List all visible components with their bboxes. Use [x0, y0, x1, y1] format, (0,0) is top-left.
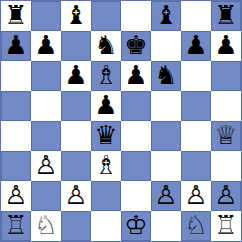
- square-c6[interactable]: ♟: [61, 61, 91, 91]
- square-a8[interactable]: ♜: [1, 1, 31, 31]
- square-h2[interactable]: ♙: [211, 181, 241, 211]
- piece-black-bishop: ♝: [154, 1, 177, 30]
- square-g5[interactable]: [181, 91, 211, 121]
- square-g3[interactable]: [181, 151, 211, 181]
- square-e2[interactable]: [121, 181, 151, 211]
- square-d1[interactable]: [91, 211, 121, 241]
- piece-white-knight: ♘: [34, 211, 57, 240]
- square-c8[interactable]: ♝: [61, 1, 91, 31]
- square-b6[interactable]: [31, 61, 61, 91]
- piece-black-pawn: ♟: [94, 91, 117, 120]
- piece-black-rook: ♜: [4, 1, 27, 30]
- square-e3[interactable]: [121, 151, 151, 181]
- square-a4[interactable]: [1, 121, 31, 151]
- square-a3[interactable]: [1, 151, 31, 181]
- square-e6[interactable]: ♟: [121, 61, 151, 91]
- square-c7[interactable]: [61, 31, 91, 61]
- square-f8[interactable]: ♝: [151, 1, 181, 31]
- square-g6[interactable]: [181, 61, 211, 91]
- square-g2[interactable]: ♙: [181, 181, 211, 211]
- square-e4[interactable]: [121, 121, 151, 151]
- square-a6[interactable]: [1, 61, 31, 91]
- piece-white-king: ♔: [124, 211, 147, 240]
- square-f3[interactable]: [151, 151, 181, 181]
- square-h8[interactable]: ♜: [211, 1, 241, 31]
- piece-white-rook: ♖: [214, 211, 237, 240]
- square-d8[interactable]: [91, 1, 121, 31]
- square-e5[interactable]: [121, 91, 151, 121]
- square-g1[interactable]: ♘: [181, 211, 211, 241]
- piece-white-pawn: ♙: [64, 181, 87, 210]
- square-c4[interactable]: [61, 121, 91, 151]
- square-d2[interactable]: [91, 181, 121, 211]
- chess-board: ♜♝♝♜♟♟♞♚♟♟♟♗♟♞♟♛♕♙♗♙♙♙♙♙♖♘♔♘♖: [0, 0, 242, 242]
- square-f5[interactable]: [151, 91, 181, 121]
- piece-black-pawn: ♟: [34, 31, 57, 60]
- piece-black-pawn: ♟: [214, 31, 237, 60]
- piece-black-knight: ♞: [94, 31, 117, 60]
- square-b2[interactable]: [31, 181, 61, 211]
- piece-white-queen: ♕: [214, 121, 237, 150]
- square-a7[interactable]: ♟: [1, 31, 31, 61]
- square-f2[interactable]: ♙: [151, 181, 181, 211]
- piece-black-rook: ♜: [214, 1, 237, 30]
- piece-white-pawn: ♙: [214, 181, 237, 210]
- square-h3[interactable]: [211, 151, 241, 181]
- square-h5[interactable]: [211, 91, 241, 121]
- piece-white-bishop: ♗: [94, 151, 117, 180]
- square-a5[interactable]: [1, 91, 31, 121]
- piece-white-knight: ♘: [184, 211, 207, 240]
- square-c1[interactable]: [61, 211, 91, 241]
- square-e1[interactable]: ♔: [121, 211, 151, 241]
- piece-black-king: ♚: [124, 31, 147, 60]
- square-g7[interactable]: ♟: [181, 31, 211, 61]
- square-d5[interactable]: ♟: [91, 91, 121, 121]
- square-c3[interactable]: [61, 151, 91, 181]
- piece-black-queen: ♛: [94, 121, 117, 150]
- square-h7[interactable]: ♟: [211, 31, 241, 61]
- square-g4[interactable]: [181, 121, 211, 151]
- square-f6[interactable]: ♞: [151, 61, 181, 91]
- chess-board-container: ♜♝♝♜♟♟♞♚♟♟♟♗♟♞♟♛♕♙♗♙♙♙♙♙♖♘♔♘♖: [0, 0, 242, 242]
- square-f1[interactable]: [151, 211, 181, 241]
- square-g8[interactable]: [181, 1, 211, 31]
- piece-black-pawn: ♟: [124, 61, 147, 90]
- square-h6[interactable]: [211, 61, 241, 91]
- square-h1[interactable]: ♖: [211, 211, 241, 241]
- square-b4[interactable]: [31, 121, 61, 151]
- square-b5[interactable]: [31, 91, 61, 121]
- piece-white-pawn: ♙: [34, 151, 57, 180]
- piece-white-bishop: ♗: [94, 61, 117, 90]
- square-e8[interactable]: [121, 1, 151, 31]
- square-h4[interactable]: ♕: [211, 121, 241, 151]
- square-f4[interactable]: [151, 121, 181, 151]
- square-d7[interactable]: ♞: [91, 31, 121, 61]
- piece-black-bishop: ♝: [64, 1, 87, 30]
- piece-white-pawn: ♙: [4, 181, 27, 210]
- square-c2[interactable]: ♙: [61, 181, 91, 211]
- piece-black-pawn: ♟: [184, 31, 207, 60]
- piece-black-knight: ♞: [154, 61, 177, 90]
- piece-white-pawn: ♙: [154, 181, 177, 210]
- square-b1[interactable]: ♘: [31, 211, 61, 241]
- square-a1[interactable]: ♖: [1, 211, 31, 241]
- square-d4[interactable]: ♛: [91, 121, 121, 151]
- piece-black-pawn: ♟: [4, 31, 27, 60]
- square-f7[interactable]: [151, 31, 181, 61]
- piece-black-pawn: ♟: [64, 61, 87, 90]
- piece-white-rook: ♖: [4, 211, 27, 240]
- square-b8[interactable]: [31, 1, 61, 31]
- square-d3[interactable]: ♗: [91, 151, 121, 181]
- square-b3[interactable]: ♙: [31, 151, 61, 181]
- square-d6[interactable]: ♗: [91, 61, 121, 91]
- square-e7[interactable]: ♚: [121, 31, 151, 61]
- square-c5[interactable]: [61, 91, 91, 121]
- piece-white-pawn: ♙: [184, 181, 207, 210]
- square-b7[interactable]: ♟: [31, 31, 61, 61]
- square-a2[interactable]: ♙: [1, 181, 31, 211]
